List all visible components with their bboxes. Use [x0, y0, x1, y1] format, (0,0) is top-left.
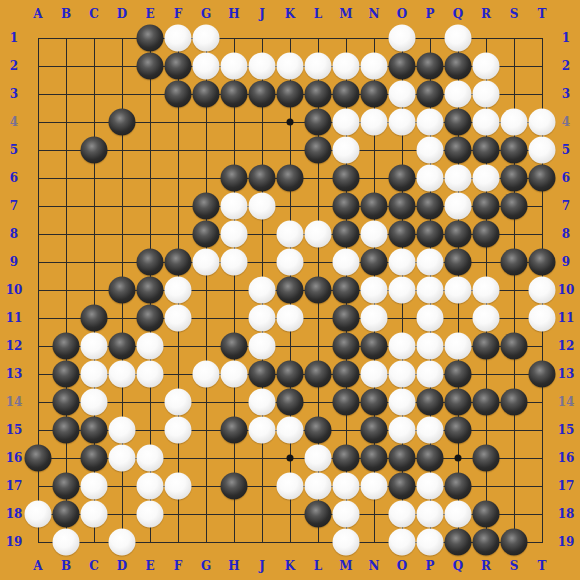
column-label-bottom-H: H [228, 560, 239, 572]
white-stone-J15 [249, 417, 276, 444]
white-stone-D13 [109, 361, 136, 388]
row-label-left-15: 15 [6, 424, 23, 436]
black-stone-H3 [221, 81, 248, 108]
white-stone-K8 [277, 221, 304, 248]
row-label-right-19: 19 [558, 536, 575, 548]
black-stone-E11 [137, 305, 164, 332]
black-stone-G8 [193, 221, 220, 248]
black-stone-P8 [417, 221, 444, 248]
white-stone-O10 [389, 277, 416, 304]
black-stone-E9 [137, 249, 164, 276]
white-stone-L8 [305, 221, 332, 248]
black-stone-R7 [473, 193, 500, 220]
white-stone-M5 [333, 137, 360, 164]
go-board-page: { "game": "go", "board": { "size": 19, "… [0, 0, 580, 580]
black-stone-Q19 [445, 529, 472, 556]
white-stone-E12 [137, 333, 164, 360]
white-stone-J12 [249, 333, 276, 360]
black-stone-N9 [361, 249, 388, 276]
column-label-bottom-A: A [33, 560, 42, 572]
column-label-bottom-C: C [89, 560, 99, 572]
white-stone-H7 [221, 193, 248, 220]
white-stone-T11 [529, 305, 556, 332]
column-label-top-O: O [397, 8, 407, 20]
row-label-right-8: 8 [562, 228, 570, 240]
black-stone-B18 [53, 501, 80, 528]
white-stone-G2 [193, 53, 220, 80]
white-stone-F17 [165, 473, 192, 500]
star-point-Q16 [455, 455, 462, 462]
black-stone-Q8 [445, 221, 472, 248]
white-stone-N17 [361, 473, 388, 500]
white-stone-F1 [165, 25, 192, 52]
white-stone-J11 [249, 305, 276, 332]
column-label-top-C: C [89, 8, 99, 20]
row-label-left-5: 5 [10, 144, 18, 156]
white-stone-D15 [109, 417, 136, 444]
black-stone-M12 [333, 333, 360, 360]
white-stone-P5 [417, 137, 444, 164]
black-stone-R5 [473, 137, 500, 164]
white-stone-M18 [333, 501, 360, 528]
white-stone-M2 [333, 53, 360, 80]
row-label-right-16: 16 [558, 452, 575, 464]
column-label-bottom-E: E [145, 560, 154, 572]
column-label-bottom-O: O [397, 560, 407, 572]
white-stone-E18 [137, 501, 164, 528]
white-stone-C18 [81, 501, 108, 528]
column-label-top-B: B [61, 8, 71, 20]
black-stone-O6 [389, 165, 416, 192]
white-stone-J10 [249, 277, 276, 304]
black-stone-S7 [501, 193, 528, 220]
column-label-top-M: M [339, 8, 352, 20]
black-stone-T9 [529, 249, 556, 276]
white-stone-P15 [417, 417, 444, 444]
white-stone-E13 [137, 361, 164, 388]
white-stone-M4 [333, 109, 360, 136]
column-label-top-L: L [314, 8, 322, 20]
black-stone-E2 [137, 53, 164, 80]
white-stone-R11 [473, 305, 500, 332]
white-stone-T10 [529, 277, 556, 304]
column-label-top-H: H [228, 8, 239, 20]
white-stone-Q6 [445, 165, 472, 192]
black-stone-H15 [221, 417, 248, 444]
black-stone-L5 [305, 137, 332, 164]
black-stone-S19 [501, 529, 528, 556]
black-stone-L3 [305, 81, 332, 108]
column-label-top-Q: Q [453, 8, 463, 20]
black-stone-M14 [333, 389, 360, 416]
white-stone-F11 [165, 305, 192, 332]
go-board[interactable]: AABBCCDDEEFFGGHHJJKKLLMMNNOOPPQQRRSSTT11… [0, 0, 580, 580]
black-stone-O7 [389, 193, 416, 220]
white-stone-L16 [305, 445, 332, 472]
white-stone-K17 [277, 473, 304, 500]
row-label-right-11: 11 [558, 312, 575, 324]
column-label-bottom-B: B [61, 560, 71, 572]
black-stone-H6 [221, 165, 248, 192]
black-stone-O16 [389, 445, 416, 472]
white-stone-P4 [417, 109, 444, 136]
black-stone-Q2 [445, 53, 472, 80]
row-label-right-9: 9 [562, 256, 570, 268]
black-stone-K6 [277, 165, 304, 192]
white-stone-F15 [165, 417, 192, 444]
column-label-bottom-T: T [538, 560, 547, 572]
white-stone-P10 [417, 277, 444, 304]
white-stone-G9 [193, 249, 220, 276]
black-stone-K14 [277, 389, 304, 416]
white-stone-H9 [221, 249, 248, 276]
black-stone-C11 [81, 305, 108, 332]
row-label-left-10: 10 [6, 284, 23, 296]
row-label-left-16: 16 [6, 452, 23, 464]
white-stone-M17 [333, 473, 360, 500]
white-stone-P11 [417, 305, 444, 332]
column-label-bottom-L: L [314, 560, 322, 572]
column-label-bottom-R: R [481, 560, 491, 572]
column-label-bottom-Q: Q [453, 560, 463, 572]
white-stone-C17 [81, 473, 108, 500]
black-stone-E1 [137, 25, 164, 52]
row-label-left-11: 11 [6, 312, 23, 324]
white-stone-O3 [389, 81, 416, 108]
white-stone-O12 [389, 333, 416, 360]
row-label-left-8: 8 [10, 228, 18, 240]
row-label-left-12: 12 [6, 340, 23, 352]
white-stone-A18 [25, 501, 52, 528]
white-stone-P19 [417, 529, 444, 556]
black-stone-C5 [81, 137, 108, 164]
black-stone-M8 [333, 221, 360, 248]
row-label-left-1: 1 [10, 32, 18, 44]
black-stone-S6 [501, 165, 528, 192]
black-stone-K3 [277, 81, 304, 108]
white-stone-C14 [81, 389, 108, 416]
black-stone-D10 [109, 277, 136, 304]
white-stone-H8 [221, 221, 248, 248]
column-label-top-S: S [510, 8, 519, 20]
column-label-top-P: P [425, 8, 434, 20]
black-stone-L18 [305, 501, 332, 528]
row-label-right-14: 14 [558, 396, 575, 408]
white-stone-N13 [361, 361, 388, 388]
row-label-left-17: 17 [6, 480, 23, 492]
column-label-top-N: N [369, 8, 380, 20]
row-label-left-13: 13 [6, 368, 23, 380]
white-stone-O14 [389, 389, 416, 416]
row-label-right-13: 13 [558, 368, 575, 380]
column-label-bottom-K: K [285, 560, 295, 572]
black-stone-L13 [305, 361, 332, 388]
row-label-right-2: 2 [562, 60, 570, 72]
white-stone-P13 [417, 361, 444, 388]
white-stone-N4 [361, 109, 388, 136]
white-stone-Q1 [445, 25, 472, 52]
black-stone-H12 [221, 333, 248, 360]
white-stone-P6 [417, 165, 444, 192]
white-stone-J14 [249, 389, 276, 416]
white-stone-Q3 [445, 81, 472, 108]
white-stone-O18 [389, 501, 416, 528]
black-stone-B12 [53, 333, 80, 360]
black-stone-L10 [305, 277, 332, 304]
white-stone-J7 [249, 193, 276, 220]
black-stone-H17 [221, 473, 248, 500]
row-label-left-19: 19 [6, 536, 23, 548]
black-stone-E10 [137, 277, 164, 304]
black-stone-B17 [53, 473, 80, 500]
white-stone-K11 [277, 305, 304, 332]
black-stone-S14 [501, 389, 528, 416]
column-label-bottom-S: S [510, 560, 519, 572]
black-stone-N15 [361, 417, 388, 444]
column-label-bottom-J: J [259, 560, 265, 572]
white-stone-Q7 [445, 193, 472, 220]
row-label-right-10: 10 [558, 284, 575, 296]
black-stone-M3 [333, 81, 360, 108]
white-stone-O9 [389, 249, 416, 276]
white-stone-K15 [277, 417, 304, 444]
white-stone-R4 [473, 109, 500, 136]
black-stone-B15 [53, 417, 80, 444]
white-stone-K9 [277, 249, 304, 276]
white-stone-O1 [389, 25, 416, 52]
black-stone-M13 [333, 361, 360, 388]
white-stone-T5 [529, 137, 556, 164]
white-stone-Q12 [445, 333, 472, 360]
black-stone-K13 [277, 361, 304, 388]
black-stone-Q9 [445, 249, 472, 276]
white-stone-H13 [221, 361, 248, 388]
column-label-top-A: A [33, 8, 42, 20]
column-label-bottom-P: P [425, 560, 434, 572]
row-label-right-4: 4 [562, 116, 570, 128]
white-stone-N11 [361, 305, 388, 332]
white-stone-F14 [165, 389, 192, 416]
black-stone-S9 [501, 249, 528, 276]
black-stone-R19 [473, 529, 500, 556]
column-label-bottom-N: N [369, 560, 380, 572]
row-label-left-4: 4 [10, 116, 18, 128]
black-stone-P3 [417, 81, 444, 108]
white-stone-R10 [473, 277, 500, 304]
column-label-bottom-M: M [339, 560, 352, 572]
white-stone-L17 [305, 473, 332, 500]
white-stone-Q18 [445, 501, 472, 528]
black-stone-F2 [165, 53, 192, 80]
black-stone-B13 [53, 361, 80, 388]
black-stone-M11 [333, 305, 360, 332]
row-label-left-18: 18 [6, 508, 23, 520]
black-stone-Q17 [445, 473, 472, 500]
row-label-right-3: 3 [562, 88, 570, 100]
white-stone-P12 [417, 333, 444, 360]
black-stone-J6 [249, 165, 276, 192]
black-stone-P14 [417, 389, 444, 416]
white-stone-R3 [473, 81, 500, 108]
white-stone-P18 [417, 501, 444, 528]
white-stone-O15 [389, 417, 416, 444]
white-stone-K2 [277, 53, 304, 80]
black-stone-Q15 [445, 417, 472, 444]
black-stone-Q5 [445, 137, 472, 164]
white-stone-C12 [81, 333, 108, 360]
black-stone-M16 [333, 445, 360, 472]
white-stone-J2 [249, 53, 276, 80]
row-label-right-15: 15 [558, 424, 575, 436]
white-stone-N8 [361, 221, 388, 248]
white-stone-E16 [137, 445, 164, 472]
black-stone-P7 [417, 193, 444, 220]
row-label-left-9: 9 [10, 256, 18, 268]
column-label-bottom-G: G [201, 560, 211, 572]
white-stone-F10 [165, 277, 192, 304]
white-stone-Q10 [445, 277, 472, 304]
black-stone-L15 [305, 417, 332, 444]
column-label-top-F: F [174, 8, 183, 20]
white-stone-M9 [333, 249, 360, 276]
black-stone-D12 [109, 333, 136, 360]
black-stone-N14 [361, 389, 388, 416]
black-stone-N12 [361, 333, 388, 360]
row-label-left-6: 6 [10, 172, 18, 184]
black-stone-N7 [361, 193, 388, 220]
white-stone-R6 [473, 165, 500, 192]
black-stone-R12 [473, 333, 500, 360]
white-stone-H2 [221, 53, 248, 80]
white-stone-R2 [473, 53, 500, 80]
star-point-K16 [287, 455, 294, 462]
black-stone-A16 [25, 445, 52, 472]
white-stone-D16 [109, 445, 136, 472]
black-stone-O2 [389, 53, 416, 80]
black-stone-L4 [305, 109, 332, 136]
black-stone-D4 [109, 109, 136, 136]
black-stone-C15 [81, 417, 108, 444]
black-stone-R16 [473, 445, 500, 472]
black-stone-N16 [361, 445, 388, 472]
row-label-left-3: 3 [10, 88, 18, 100]
black-stone-G3 [193, 81, 220, 108]
row-label-right-18: 18 [558, 508, 575, 520]
column-label-top-D: D [117, 8, 127, 20]
black-stone-R14 [473, 389, 500, 416]
white-stone-O13 [389, 361, 416, 388]
black-stone-F3 [165, 81, 192, 108]
white-stone-O4 [389, 109, 416, 136]
black-stone-Q13 [445, 361, 472, 388]
black-stone-C16 [81, 445, 108, 472]
column-label-bottom-F: F [174, 560, 183, 572]
row-label-right-6: 6 [562, 172, 570, 184]
row-label-left-14: 14 [6, 396, 23, 408]
white-stone-E17 [137, 473, 164, 500]
white-stone-S4 [501, 109, 528, 136]
black-stone-G7 [193, 193, 220, 220]
white-stone-L2 [305, 53, 332, 80]
black-stone-J3 [249, 81, 276, 108]
black-stone-T6 [529, 165, 556, 192]
black-stone-K10 [277, 277, 304, 304]
black-stone-M7 [333, 193, 360, 220]
black-stone-J13 [249, 361, 276, 388]
white-stone-D19 [109, 529, 136, 556]
white-stone-M19 [333, 529, 360, 556]
column-label-top-J: J [259, 8, 265, 20]
white-stone-T4 [529, 109, 556, 136]
black-stone-M10 [333, 277, 360, 304]
black-stone-T13 [529, 361, 556, 388]
white-stone-B19 [53, 529, 80, 556]
row-label-right-5: 5 [562, 144, 570, 156]
white-stone-C13 [81, 361, 108, 388]
black-stone-M6 [333, 165, 360, 192]
black-stone-O8 [389, 221, 416, 248]
white-stone-P9 [417, 249, 444, 276]
black-stone-P2 [417, 53, 444, 80]
column-label-bottom-D: D [117, 560, 127, 572]
row-label-left-7: 7 [10, 200, 18, 212]
row-label-right-12: 12 [558, 340, 575, 352]
black-stone-B14 [53, 389, 80, 416]
row-label-right-1: 1 [562, 32, 570, 44]
star-point-K4 [287, 119, 294, 126]
row-label-left-2: 2 [10, 60, 18, 72]
black-stone-Q14 [445, 389, 472, 416]
white-stone-N2 [361, 53, 388, 80]
white-stone-P17 [417, 473, 444, 500]
black-stone-Q4 [445, 109, 472, 136]
column-label-top-R: R [481, 8, 491, 20]
black-stone-R18 [473, 501, 500, 528]
black-stone-F9 [165, 249, 192, 276]
black-stone-R8 [473, 221, 500, 248]
black-stone-N3 [361, 81, 388, 108]
column-label-top-T: T [538, 8, 547, 20]
column-label-top-K: K [285, 8, 295, 20]
white-stone-O19 [389, 529, 416, 556]
row-label-right-7: 7 [562, 200, 570, 212]
column-label-top-E: E [145, 8, 154, 20]
black-stone-S5 [501, 137, 528, 164]
black-stone-P16 [417, 445, 444, 472]
row-label-right-17: 17 [558, 480, 575, 492]
white-stone-G13 [193, 361, 220, 388]
column-label-top-G: G [201, 8, 211, 20]
white-stone-N10 [361, 277, 388, 304]
white-stone-G1 [193, 25, 220, 52]
black-stone-O17 [389, 473, 416, 500]
black-stone-S12 [501, 333, 528, 360]
